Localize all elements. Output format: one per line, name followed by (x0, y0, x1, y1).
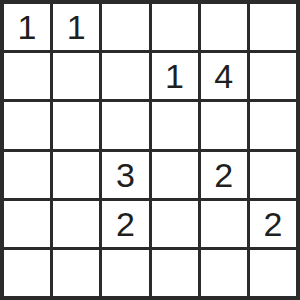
cell-r4c3-clue: 3 (102, 152, 148, 198)
cell-r1c4[interactable] (152, 4, 198, 50)
cell-r4c4[interactable] (152, 152, 198, 198)
cell-r5c3-clue: 2 (102, 201, 148, 247)
cell-r5c5[interactable] (201, 201, 247, 247)
cell-r6c4[interactable] (152, 250, 198, 296)
cell-r4c6[interactable] (250, 152, 296, 198)
cell-r5c4[interactable] (152, 201, 198, 247)
cell-r6c6[interactable] (250, 250, 296, 296)
cell-r2c3[interactable] (102, 53, 148, 99)
cell-r3c6[interactable] (250, 102, 296, 148)
puzzle-board: 11143222 (0, 0, 300, 300)
cell-r2c1[interactable] (4, 53, 50, 99)
cell-r3c2[interactable] (53, 102, 99, 148)
cell-r1c3[interactable] (102, 4, 148, 50)
cell-r5c2[interactable] (53, 201, 99, 247)
cell-r3c3[interactable] (102, 102, 148, 148)
cell-r2c4-clue: 1 (152, 53, 198, 99)
cell-r5c1[interactable] (4, 201, 50, 247)
cell-r3c1[interactable] (4, 102, 50, 148)
cell-r3c4[interactable] (152, 102, 198, 148)
cell-r3c5[interactable] (201, 102, 247, 148)
cell-r4c5-clue: 2 (201, 152, 247, 198)
cell-r1c6[interactable] (250, 4, 296, 50)
cell-r6c2[interactable] (53, 250, 99, 296)
cell-r6c3[interactable] (102, 250, 148, 296)
cell-r4c1[interactable] (4, 152, 50, 198)
cell-r4c2[interactable] (53, 152, 99, 198)
cell-r6c5[interactable] (201, 250, 247, 296)
cell-r2c2[interactable] (53, 53, 99, 99)
cell-r1c2-clue: 1 (53, 4, 99, 50)
cell-r2c6[interactable] (250, 53, 296, 99)
cell-r5c6-clue: 2 (250, 201, 296, 247)
cell-r1c5[interactable] (201, 4, 247, 50)
cell-r6c1[interactable] (4, 250, 50, 296)
cell-r2c5-clue: 4 (201, 53, 247, 99)
cell-r1c1-clue: 1 (4, 4, 50, 50)
